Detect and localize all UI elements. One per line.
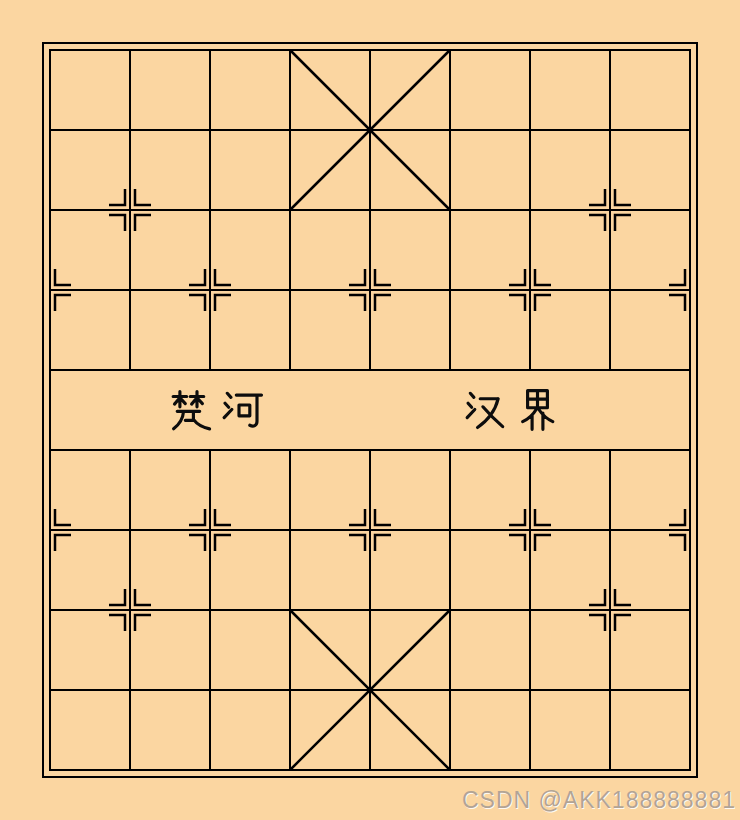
intersection-2-3[interactable] — [170, 250, 250, 330]
intersection-2-9[interactable] — [170, 730, 250, 810]
intersection-0-1[interactable] — [10, 90, 90, 170]
intersection-0-5[interactable] — [10, 410, 90, 490]
intersection-0-4[interactable] — [10, 330, 90, 410]
intersection-5-6[interactable] — [410, 490, 490, 570]
intersection-7-3[interactable] — [570, 250, 650, 330]
intersection-4-8[interactable] — [330, 650, 410, 730]
intersection-8-7[interactable] — [650, 570, 730, 650]
intersection-6-2[interactable] — [490, 170, 570, 250]
intersection-5-0[interactable] — [410, 10, 490, 90]
intersection-8-1[interactable] — [650, 90, 730, 170]
intersection-1-2[interactable] — [90, 170, 170, 250]
intersection-4-4[interactable] — [330, 330, 410, 410]
intersection-2-5[interactable] — [170, 410, 250, 490]
intersection-7-4[interactable] — [570, 330, 650, 410]
intersection-1-9[interactable] — [90, 730, 170, 810]
intersection-6-3[interactable] — [490, 250, 570, 330]
intersection-0-6[interactable] — [10, 490, 90, 570]
intersection-0-9[interactable] — [10, 730, 90, 810]
intersection-6-4[interactable] — [490, 330, 570, 410]
intersection-grid — [10, 10, 730, 810]
intersection-3-5[interactable] — [250, 410, 330, 490]
intersection-4-9[interactable] — [330, 730, 410, 810]
intersection-4-2[interactable] — [330, 170, 410, 250]
intersection-6-6[interactable] — [490, 490, 570, 570]
intersection-0-3[interactable] — [10, 250, 90, 330]
intersection-4-3[interactable] — [330, 250, 410, 330]
intersection-2-0[interactable] — [170, 10, 250, 90]
intersection-6-8[interactable] — [490, 650, 570, 730]
intersection-2-7[interactable] — [170, 570, 250, 650]
intersection-8-4[interactable] — [650, 330, 730, 410]
intersection-3-7[interactable] — [250, 570, 330, 650]
xiangqi-board-page: 楚河 汉界 CSDN @AKK188888881 — [0, 0, 740, 820]
intersection-2-8[interactable] — [170, 650, 250, 730]
intersection-8-8[interactable] — [650, 650, 730, 730]
intersection-7-5[interactable] — [570, 410, 650, 490]
intersection-3-1[interactable] — [250, 90, 330, 170]
intersection-3-9[interactable] — [250, 730, 330, 810]
intersection-8-2[interactable] — [650, 170, 730, 250]
intersection-2-4[interactable] — [170, 330, 250, 410]
intersection-3-4[interactable] — [250, 330, 330, 410]
intersection-5-8[interactable] — [410, 650, 490, 730]
intersection-3-8[interactable] — [250, 650, 330, 730]
intersection-3-0[interactable] — [250, 10, 330, 90]
intersection-3-3[interactable] — [250, 250, 330, 330]
intersection-1-8[interactable] — [90, 650, 170, 730]
intersection-5-3[interactable] — [410, 250, 490, 330]
intersection-7-2[interactable] — [570, 170, 650, 250]
intersection-7-7[interactable] — [570, 570, 650, 650]
intersection-1-1[interactable] — [90, 90, 170, 170]
intersection-1-7[interactable] — [90, 570, 170, 650]
intersection-7-0[interactable] — [570, 10, 650, 90]
intersection-4-6[interactable] — [330, 490, 410, 570]
intersection-4-1[interactable] — [330, 90, 410, 170]
intersection-8-6[interactable] — [650, 490, 730, 570]
intersection-8-3[interactable] — [650, 250, 730, 330]
intersection-5-4[interactable] — [410, 330, 490, 410]
intersection-0-8[interactable] — [10, 650, 90, 730]
intersection-2-6[interactable] — [170, 490, 250, 570]
intersection-8-0[interactable] — [650, 10, 730, 90]
intersection-8-5[interactable] — [650, 410, 730, 490]
intersection-6-5[interactable] — [490, 410, 570, 490]
intersection-2-1[interactable] — [170, 90, 250, 170]
intersection-5-2[interactable] — [410, 170, 490, 250]
intersection-3-2[interactable] — [250, 170, 330, 250]
intersection-5-1[interactable] — [410, 90, 490, 170]
intersection-0-2[interactable] — [10, 170, 90, 250]
intersection-7-1[interactable] — [570, 90, 650, 170]
intersection-4-0[interactable] — [330, 10, 410, 90]
watermark: CSDN @AKK188888881 — [462, 787, 736, 814]
intersection-3-6[interactable] — [250, 490, 330, 570]
intersection-7-8[interactable] — [570, 650, 650, 730]
intersection-1-6[interactable] — [90, 490, 170, 570]
intersection-2-2[interactable] — [170, 170, 250, 250]
intersection-0-7[interactable] — [10, 570, 90, 650]
intersection-6-0[interactable] — [490, 10, 570, 90]
intersection-5-5[interactable] — [410, 410, 490, 490]
intersection-1-4[interactable] — [90, 330, 170, 410]
intersection-1-0[interactable] — [90, 10, 170, 90]
intersection-0-0[interactable] — [10, 10, 90, 90]
intersection-1-5[interactable] — [90, 410, 170, 490]
intersection-4-7[interactable] — [330, 570, 410, 650]
intersection-5-7[interactable] — [410, 570, 490, 650]
intersection-1-3[interactable] — [90, 250, 170, 330]
intersection-4-5[interactable] — [330, 410, 410, 490]
intersection-6-1[interactable] — [490, 90, 570, 170]
intersection-7-6[interactable] — [570, 490, 650, 570]
intersection-6-7[interactable] — [490, 570, 570, 650]
